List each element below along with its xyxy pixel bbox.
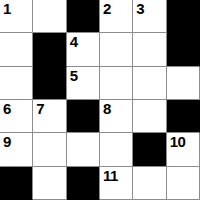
clue-number: 11 [103, 168, 118, 183]
cell-r4c2[interactable]: 7 [33, 100, 66, 133]
cell-r2c1[interactable] [0, 33, 33, 66]
clue-number: 7 [36, 101, 44, 116]
cell-r4c4[interactable]: 8 [100, 100, 133, 133]
cell-r2c3[interactable]: 4 [67, 33, 100, 66]
black-cell-r6c3 [67, 167, 100, 200]
cell-r3c6[interactable] [167, 67, 200, 100]
clue-number: 5 [70, 68, 78, 83]
black-cell-r5c5 [133, 133, 166, 166]
black-cell-r2c2 [33, 33, 66, 66]
cell-r5c6[interactable]: 10 [167, 133, 200, 166]
clue-number: 1 [3, 1, 11, 16]
clue-number: 4 [70, 34, 78, 49]
cell-r1c1[interactable]: 1 [0, 0, 33, 33]
cell-r6c4[interactable]: 11 [100, 167, 133, 200]
cell-r5c3[interactable] [67, 133, 100, 166]
cell-r1c4[interactable]: 2 [100, 0, 133, 33]
black-cell-r4c3 [67, 100, 100, 133]
black-cell-r3c2 [33, 67, 66, 100]
cell-r5c4[interactable] [100, 133, 133, 166]
cell-r2c4[interactable] [100, 33, 133, 66]
cell-r2c5[interactable] [133, 33, 166, 66]
cell-r5c2[interactable] [33, 133, 66, 166]
clue-number: 6 [3, 101, 11, 116]
black-cell-r2c6 [167, 33, 200, 66]
cell-r6c2[interactable] [33, 167, 66, 200]
clue-number: 10 [170, 134, 186, 149]
clue-number: 3 [136, 1, 144, 16]
clue-number: 8 [103, 101, 111, 116]
black-cell-r6c1 [0, 167, 33, 200]
cell-r1c2[interactable] [33, 0, 66, 33]
black-cell-r1c3 [67, 0, 100, 33]
cell-r6c6[interactable] [167, 167, 200, 200]
clue-number: 9 [3, 134, 11, 149]
black-cell-r1c6 [167, 0, 200, 33]
cell-r1c5[interactable]: 3 [133, 0, 166, 33]
cell-r3c1[interactable] [0, 67, 33, 100]
cell-r6c5[interactable] [133, 167, 166, 200]
clue-number: 2 [103, 1, 111, 16]
crossword-board: 1234567891011 [0, 0, 200, 200]
cell-r3c4[interactable] [100, 67, 133, 100]
cell-r3c5[interactable] [133, 67, 166, 100]
cell-r4c1[interactable]: 6 [0, 100, 33, 133]
cell-r5c1[interactable]: 9 [0, 133, 33, 166]
cell-r4c5[interactable] [133, 100, 166, 133]
black-cell-r4c6 [167, 100, 200, 133]
cell-r3c3[interactable]: 5 [67, 67, 100, 100]
